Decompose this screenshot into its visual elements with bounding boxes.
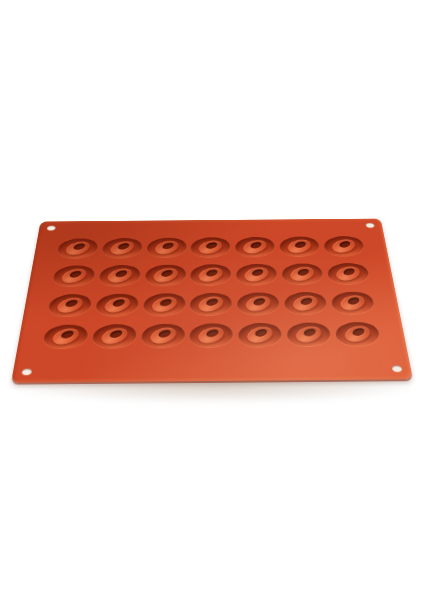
cavity-center-ring xyxy=(243,265,271,284)
cavity-ring-hole xyxy=(157,329,171,339)
cavity-ring-hole xyxy=(294,241,307,249)
cavity-center-ring xyxy=(334,264,363,283)
cavity-center-ring xyxy=(286,237,314,255)
cavity-ring-hole xyxy=(302,327,316,337)
cavity-ring-hole xyxy=(346,296,360,306)
cavity-center-ring xyxy=(150,294,178,314)
mold-cell xyxy=(283,318,335,351)
mold-cavity xyxy=(286,321,333,347)
cavity-ring-hole xyxy=(299,297,313,307)
cavity-ring-hole xyxy=(338,240,351,248)
cavity-center-ring xyxy=(330,237,358,255)
mold-cell xyxy=(327,288,379,319)
mold-cavity xyxy=(99,264,140,287)
mold-cell xyxy=(233,260,280,289)
mold-cavity xyxy=(57,237,97,259)
cavity-center-ring xyxy=(197,238,224,256)
cavity-center-ring xyxy=(56,295,84,315)
cavity-center-ring xyxy=(291,293,320,313)
mold-cavity xyxy=(237,322,283,348)
cavity-ring-hole xyxy=(205,328,219,338)
cavity-ring-hole xyxy=(69,270,82,279)
mold-cell xyxy=(331,318,385,351)
cavity-ring-hole xyxy=(252,297,266,307)
cavity-center-ring xyxy=(106,266,133,285)
mold-cell xyxy=(187,319,236,352)
cavity-ring-hole xyxy=(249,241,262,249)
mold-cell xyxy=(140,289,188,320)
mold-cavity xyxy=(147,237,187,259)
mold-cavity xyxy=(278,235,321,257)
cavity-ring-hole xyxy=(65,299,78,309)
mold-cavity xyxy=(236,291,280,316)
corner-hole-top-right xyxy=(365,223,374,228)
cavity-center-ring xyxy=(153,239,180,257)
mold-cell xyxy=(53,235,101,262)
cavity-ring-hole xyxy=(205,269,218,278)
mold-cavity xyxy=(322,235,365,257)
cavity-center-ring xyxy=(65,239,91,257)
mold-cell xyxy=(188,289,236,320)
product-photo xyxy=(0,0,424,600)
cavity-ring-hole xyxy=(296,268,310,277)
cavity-ring-hole xyxy=(351,327,366,337)
cavity-center-ring xyxy=(152,266,180,285)
mold-cell xyxy=(320,233,368,260)
cavity-center-ring xyxy=(245,324,275,345)
mold-cell xyxy=(233,233,279,260)
mold-cell xyxy=(88,320,139,353)
cavity-center-ring xyxy=(100,325,129,347)
mold-cavity xyxy=(145,263,186,286)
cavity-center-ring xyxy=(244,294,273,314)
cavity-ring-hole xyxy=(161,242,174,250)
cavity-ring-hole xyxy=(205,241,218,249)
mold-cavity xyxy=(190,292,233,317)
mold-cavity xyxy=(326,262,371,285)
mold-cell xyxy=(92,290,142,321)
cavity-grid xyxy=(11,219,413,383)
mold-cell xyxy=(98,234,145,261)
cavity-ring-hole xyxy=(160,269,173,278)
cavity-center-ring xyxy=(197,324,227,345)
mold-cell xyxy=(323,259,373,288)
mold-cell xyxy=(49,262,99,291)
cavity-center-ring xyxy=(197,294,226,314)
mold-cavity xyxy=(96,292,138,317)
mold-cavity xyxy=(283,291,328,316)
cavity-ring-hole xyxy=(158,298,172,308)
mold-cavity xyxy=(281,262,325,285)
mold-cell xyxy=(44,290,95,321)
cavity-center-ring xyxy=(197,265,225,284)
cavity-center-ring xyxy=(103,295,131,315)
mold-cavity xyxy=(190,263,232,286)
mold-cell xyxy=(278,260,327,289)
cavity-ring-hole xyxy=(205,297,219,307)
mold-cell xyxy=(281,288,331,319)
cavity-ring-hole xyxy=(254,328,268,338)
cavity-ring-hole xyxy=(114,269,127,278)
mold-cavity xyxy=(102,237,142,259)
mold-cavity xyxy=(143,292,186,317)
mold-cavity xyxy=(43,323,88,350)
mold-cell xyxy=(235,319,285,352)
mold-cavity xyxy=(141,322,185,349)
cavity-ring-hole xyxy=(109,329,123,339)
mold-cavity xyxy=(53,264,95,287)
mold-cavity xyxy=(334,321,382,347)
silicone-baking-mold xyxy=(11,219,413,383)
mold-cell xyxy=(138,319,188,352)
mold-cell xyxy=(142,261,189,290)
cavity-ring-hole xyxy=(111,298,124,308)
mold-cavity xyxy=(234,236,276,258)
cavity-center-ring xyxy=(109,239,135,257)
mold-cell xyxy=(39,320,92,353)
mold-cavity xyxy=(235,263,278,286)
mold-cell xyxy=(188,234,233,261)
mold-cavity xyxy=(330,290,376,315)
cavity-center-ring xyxy=(61,266,88,285)
cavity-ring-hole xyxy=(342,267,356,276)
mold-cavity xyxy=(189,322,234,349)
cavity-center-ring xyxy=(148,325,177,346)
cavity-ring-hole xyxy=(60,329,74,339)
mold-cell xyxy=(188,260,234,289)
mold-cell xyxy=(276,233,323,260)
mold-cavity xyxy=(48,293,91,318)
mold-cavity xyxy=(92,323,136,350)
cavity-ring-hole xyxy=(117,242,130,250)
cavity-center-ring xyxy=(342,323,373,344)
mold-cell xyxy=(95,261,143,290)
corner-hole-bottom-right xyxy=(391,365,402,372)
cavity-center-ring xyxy=(51,326,80,348)
cavity-ring-hole xyxy=(73,242,86,250)
mold-cavity xyxy=(191,236,232,258)
cavity-ring-hole xyxy=(251,268,264,277)
mold-cell xyxy=(143,234,188,261)
cavity-center-ring xyxy=(288,264,316,283)
cavity-center-ring xyxy=(242,238,269,256)
cavity-center-ring xyxy=(338,293,368,313)
mold-cell xyxy=(234,288,283,319)
cavity-center-ring xyxy=(294,324,324,345)
